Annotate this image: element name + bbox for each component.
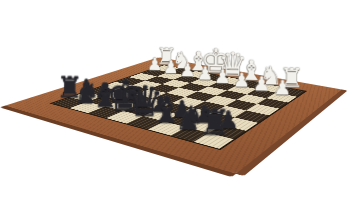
black-rook-glyph: ♜ [198,105,230,141]
piece-black-rook[interactable]: ♜ [184,79,246,141]
chess-board: ♜♞♝♚♛♝♞♜♟♟♟♟♟♟♟♟♟♟♟♟♟♟♟♟♜♞♝♚♛♝♞♜ [5,57,342,173]
piece-white-pawn[interactable]: ♟ [258,49,306,97]
chess-scene: ♜♞♝♚♛♝♞♜♟♟♟♟♟♟♟♟♟♟♟♟♟♟♟♟♜♞♝♚♛♝♞♜ [0,0,358,200]
white-pawn-glyph: ♟ [273,77,291,97]
